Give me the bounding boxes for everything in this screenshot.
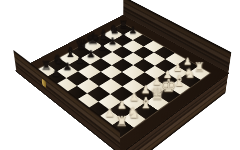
scene-3d: ♜♞♝♛♚♝♞♜♟♟♟♟♟♟♟♟♟♟♟♟♟♟♟♟♜♞♝♛♚♝♞♜: [0, 0, 240, 150]
chess-box: ♜♞♝♛♚♝♞♜♟♟♟♟♟♟♟♟♟♟♟♟♟♟♟♟♜♞♝♛♚♝♞♜: [16, 15, 228, 150]
square-d6[interactable]: [90, 58, 111, 71]
brass-latch-icon: [42, 78, 47, 88]
chess-set-photo: ♜♞♝♛♚♝♞♜♟♟♟♟♟♟♟♟♟♟♟♟♟♟♟♟♜♞♝♛♚♝♞♜: [0, 0, 240, 150]
